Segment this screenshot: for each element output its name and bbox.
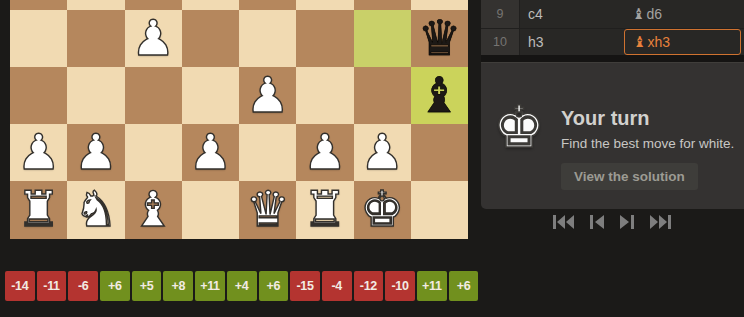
square-c5[interactable] (125, 0, 182, 10)
black-move-text: xh3 (647, 34, 670, 50)
eval-tile-3[interactable]: -6 (68, 271, 98, 301)
square-a2[interactable]: ♟ (10, 124, 67, 181)
eval-tile-4[interactable]: +6 (100, 271, 130, 301)
square-d4[interactable] (182, 10, 239, 67)
move-number: 9 (481, 0, 520, 28)
move-row: 9 c4 ♝d6 (481, 0, 744, 28)
move-number: 10 (481, 29, 520, 56)
puzzle-page: { "game": "chess", "position": { "orient… (0, 0, 744, 317)
white-R-a1[interactable]: ♜ (10, 181, 67, 238)
square-c3[interactable] (125, 67, 182, 124)
square-c4[interactable]: ♟ (125, 10, 182, 67)
black-move[interactable]: ♝d6 (624, 0, 744, 28)
view-solution-button[interactable]: View the solution (561, 163, 698, 190)
square-e3[interactable]: ♟ (239, 67, 296, 124)
white-P-b2[interactable]: ♟ (67, 124, 124, 181)
square-g4[interactable] (354, 10, 411, 67)
eval-tile-9[interactable]: +6 (259, 271, 289, 301)
eval-tile-6[interactable]: +8 (163, 271, 193, 301)
square-g1[interactable]: ♚ (354, 181, 411, 238)
square-d1[interactable] (182, 181, 239, 238)
eval-tile-12[interactable]: -12 (354, 271, 384, 301)
eval-tile-5[interactable]: +5 (132, 271, 162, 301)
square-g3[interactable] (354, 67, 411, 124)
step-back-icon (590, 215, 604, 229)
square-b4[interactable] (67, 10, 124, 67)
eval-tile-11[interactable]: -4 (322, 271, 352, 301)
divider (481, 55, 744, 62)
white-B-d5[interactable]: ♝ (182, 0, 239, 10)
white-move[interactable]: c4 (520, 6, 624, 22)
eval-tile-10[interactable]: -15 (290, 271, 320, 301)
white-R-f1[interactable]: ♜ (296, 181, 353, 238)
square-b3[interactable] (67, 67, 124, 124)
bishop-icon: ♝ (633, 33, 646, 51)
square-c1[interactable]: ♝ (125, 181, 182, 238)
white-king-icon: ♚ (493, 95, 545, 159)
white-P-a2[interactable]: ♟ (10, 124, 67, 181)
skip-to-start-icon (553, 215, 574, 229)
step-forward-icon (620, 215, 634, 229)
square-g5[interactable] (354, 0, 411, 10)
square-h2[interactable] (411, 124, 468, 181)
square-h1[interactable] (411, 181, 468, 238)
white-P-e3[interactable]: ♟ (239, 67, 296, 124)
square-e5[interactable] (239, 0, 296, 10)
square-c2[interactable] (125, 124, 182, 181)
skip-to-end-icon (650, 215, 671, 229)
turn-title: Your turn (561, 107, 741, 130)
white-P-c4[interactable]: ♟ (125, 10, 182, 67)
eval-bar: -14-11-6+6+5+8+11+4+6-15-4-12-10+11+6 (5, 271, 478, 301)
next-move-button[interactable] (618, 213, 636, 231)
square-b1[interactable]: ♞ (67, 181, 124, 238)
eval-tile-15[interactable]: +6 (449, 271, 479, 301)
move-nav-bar (481, 213, 744, 231)
square-h5[interactable] (411, 0, 468, 10)
square-e2[interactable] (239, 124, 296, 181)
eval-tile-2[interactable]: -11 (37, 271, 67, 301)
square-h4[interactable]: ♛ (411, 10, 468, 67)
square-d2[interactable]: ♟ (182, 124, 239, 181)
white-P-f2[interactable]: ♟ (296, 124, 353, 181)
square-g2[interactable]: ♟ (354, 124, 411, 181)
eval-tile-1[interactable]: -14 (5, 271, 35, 301)
turn-subtitle: Find the best move for white. (561, 136, 741, 151)
chess-board[interactable]: ♝♟♛♟♝♟♟♟♟♟♜♞♝♛♜♚ (10, 0, 468, 239)
square-b2[interactable]: ♟ (67, 124, 124, 181)
eval-tile-14[interactable]: +11 (417, 271, 447, 301)
square-e4[interactable] (239, 10, 296, 67)
square-f5[interactable] (296, 0, 353, 10)
square-a3[interactable] (10, 67, 67, 124)
square-a1[interactable]: ♜ (10, 181, 67, 238)
square-b5[interactable] (67, 0, 124, 10)
square-h3[interactable]: ♝ (411, 67, 468, 124)
white-K-g1[interactable]: ♚ (354, 181, 411, 238)
square-a4[interactable] (10, 10, 67, 67)
your-turn-panel: ♚ Your turn Find the best move for white… (481, 62, 744, 209)
square-d5[interactable]: ♝ (182, 0, 239, 10)
white-B-c1[interactable]: ♝ (125, 181, 182, 238)
eval-tile-8[interactable]: +4 (227, 271, 257, 301)
white-move[interactable]: h3 (520, 34, 624, 50)
white-P-g2[interactable]: ♟ (354, 124, 411, 181)
square-f4[interactable] (296, 10, 353, 67)
square-a5[interactable] (10, 0, 67, 10)
white-N-b1[interactable]: ♞ (67, 181, 124, 238)
white-P-d2[interactable]: ♟ (182, 124, 239, 181)
bishop-icon: ♝ (632, 5, 645, 23)
black-Q-h4[interactable]: ♛ (411, 10, 468, 67)
eval-tile-7[interactable]: +11 (195, 271, 225, 301)
square-f3[interactable] (296, 67, 353, 124)
previous-move-button[interactable] (588, 213, 606, 231)
square-f1[interactable]: ♜ (296, 181, 353, 238)
first-move-button[interactable] (551, 213, 576, 231)
eval-tile-13[interactable]: -10 (385, 271, 415, 301)
last-move-button[interactable] (648, 213, 673, 231)
black-move-text: d6 (646, 6, 662, 22)
turn-text: Your turn Find the best move for white. … (561, 107, 741, 190)
black-B-h3[interactable]: ♝ (411, 67, 468, 124)
black-move-selected[interactable]: ♝xh3 (624, 29, 741, 56)
white-Q-e1[interactable]: ♛ (239, 181, 296, 238)
square-e1[interactable]: ♛ (239, 181, 296, 238)
move-row: 10 h3 ♝xh3 (481, 28, 744, 56)
move-list: 9 c4 ♝d6 10 h3 ♝xh3 (481, 0, 744, 55)
side-panel: 9 c4 ♝d6 10 h3 ♝xh3 ♚ Your turn Find the… (481, 0, 744, 317)
square-d3[interactable] (182, 67, 239, 124)
square-f2[interactable]: ♟ (296, 124, 353, 181)
